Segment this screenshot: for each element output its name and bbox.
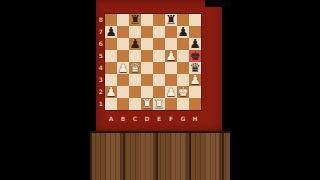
square-c8[interactable]: ♜ [129,14,141,26]
square-e4[interactable] [153,62,165,74]
black-pawn-g7[interactable]: ♟ [177,25,189,38]
rank-label-6: 6 [96,38,104,50]
square-g6[interactable] [177,38,189,50]
square-h3[interactable]: ♟ [189,74,201,86]
black-rook-c8[interactable]: ♜ [129,13,141,26]
black-rook-f8[interactable]: ♜ [165,13,177,26]
square-b6[interactable] [117,38,129,50]
rank-label-4: 4 [96,62,104,74]
white-pawn-b4[interactable]: ♟ [117,61,129,74]
file-label-h: H [189,114,201,124]
square-g4[interactable] [177,62,189,74]
square-d8[interactable] [141,14,153,26]
chess-app-content: 87654321 ♜♜♟♟♟♟♟♚♟♛♛♟♟♟♚♜♜ ABCDEFGH [90,0,230,180]
square-h8[interactable] [189,14,201,26]
file-labels: ABCDEFGH [105,114,201,124]
square-h1[interactable] [189,98,201,110]
file-label-f: F [165,114,177,124]
square-f1[interactable] [165,98,177,110]
square-a6[interactable] [105,38,117,50]
square-b4[interactable]: ♟ [117,62,129,74]
rank-label-1: 1 [96,98,104,110]
square-a1[interactable] [105,98,117,110]
square-e7[interactable] [153,26,165,38]
square-d4[interactable] [141,62,153,74]
corner-notch [205,0,230,7]
white-pawn-f2[interactable]: ♟ [165,85,177,98]
white-queen-c4[interactable]: ♛ [129,61,141,74]
black-pawn-a7[interactable]: ♟ [105,25,117,38]
square-g5[interactable] [177,50,189,62]
file-label-d: D [141,114,153,124]
square-d7[interactable] [141,26,153,38]
square-f8[interactable]: ♜ [165,14,177,26]
square-c1[interactable] [129,98,141,110]
square-c2[interactable] [129,86,141,98]
square-a7[interactable]: ♟ [105,26,117,38]
rank-label-5: 5 [96,50,104,62]
white-pawn-a2[interactable]: ♟ [105,85,117,98]
square-g7[interactable]: ♟ [177,26,189,38]
square-e1[interactable]: ♜ [153,98,165,110]
square-f2[interactable]: ♟ [165,86,177,98]
file-label-b: B [117,114,129,124]
rank-label-3: 3 [96,74,104,86]
square-f4[interactable] [165,62,177,74]
square-f5[interactable]: ♟ [165,50,177,62]
square-c4[interactable]: ♛ [129,62,141,74]
rank-label-2: 2 [96,86,104,98]
white-rook-e1[interactable]: ♜ [153,97,165,110]
square-d1[interactable]: ♜ [141,98,153,110]
square-f7[interactable] [165,26,177,38]
square-b3[interactable] [117,74,129,86]
square-d5[interactable] [141,50,153,62]
square-h2[interactable] [189,86,201,98]
rank-labels: 87654321 [96,14,104,110]
square-b2[interactable] [117,86,129,98]
square-a5[interactable] [105,50,117,62]
screenshot-page: 87654321 ♜♜♟♟♟♟♟♚♟♛♛♟♟♟♚♜♜ ABCDEFGH [0,0,320,180]
square-d6[interactable] [141,38,153,50]
chess-board[interactable]: ♜♜♟♟♟♟♟♚♟♛♛♟♟♟♚♜♜ [105,14,201,110]
file-label-g: G [177,114,189,124]
square-g1[interactable] [177,98,189,110]
square-b1[interactable] [117,98,129,110]
board-panel: 87654321 ♜♜♟♟♟♟♟♚♟♛♛♟♟♟♚♜♜ ABCDEFGH [96,0,222,131]
square-b8[interactable] [117,14,129,26]
file-label-a: A [105,114,117,124]
white-rook-d1[interactable]: ♜ [141,97,153,110]
white-pawn-h3[interactable]: ♟ [189,73,201,86]
file-label-e: E [153,114,165,124]
square-b7[interactable] [117,26,129,38]
square-c3[interactable] [129,74,141,86]
rank-label-7: 7 [96,26,104,38]
square-c6[interactable]: ♟ [129,38,141,50]
square-e6[interactable] [153,38,165,50]
white-pawn-f5[interactable]: ♟ [165,49,177,62]
square-a4[interactable] [105,62,117,74]
black-pawn-c6[interactable]: ♟ [129,37,141,50]
rank-label-8: 8 [96,14,104,26]
white-king-g2[interactable]: ♚ [177,85,189,98]
square-d3[interactable] [141,74,153,86]
square-e8[interactable] [153,14,165,26]
square-e5[interactable] [153,50,165,62]
square-a2[interactable]: ♟ [105,86,117,98]
file-label-c: C [129,114,141,124]
square-e3[interactable] [153,74,165,86]
wooden-table [90,131,230,180]
square-g2[interactable]: ♚ [177,86,189,98]
